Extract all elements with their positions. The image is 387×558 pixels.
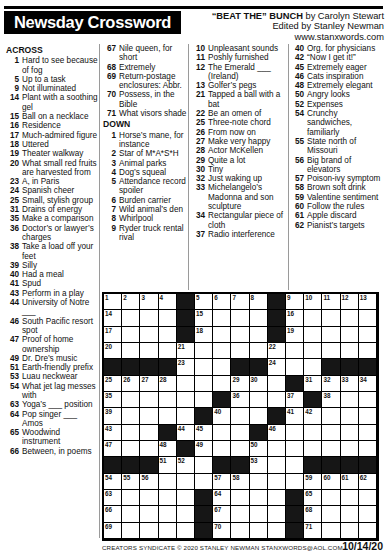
grid-cell[interactable] (250, 408, 268, 424)
grid-cell[interactable] (231, 327, 249, 343)
grid-cell[interactable] (140, 343, 158, 359)
grid-cell[interactable] (159, 310, 177, 326)
grid-cell[interactable]: 17 (104, 327, 122, 343)
grid-cell[interactable]: 35 (104, 392, 122, 408)
grid-cell[interactable] (177, 490, 195, 506)
clue-item: 13Golfer’s pegs (192, 81, 285, 90)
grid-cell[interactable] (341, 425, 359, 441)
grid-cell[interactable] (268, 392, 286, 408)
clue-number: 42 (291, 53, 307, 62)
clue-text: Nile queen, for short (119, 44, 187, 63)
grid-cell[interactable]: 43 (104, 425, 122, 441)
clue-item: 33Michelangelo’s Madonna and son sculptu… (192, 183, 285, 211)
clue-number: 12 (192, 63, 208, 82)
clue-list-header: DOWN (103, 120, 187, 129)
grid-cell[interactable] (122, 327, 140, 343)
grid-cell[interactable] (250, 474, 268, 490)
grid-cell[interactable]: 7 (231, 294, 249, 310)
grid-cell-black (140, 457, 158, 473)
grid-cell[interactable] (159, 506, 177, 522)
grid-cell[interactable]: 56 (140, 474, 158, 490)
cell-number: 50 (251, 441, 258, 448)
grid-cell[interactable] (304, 359, 322, 375)
clue-number: 22 (192, 109, 208, 118)
clue-list-header: ACROSS (6, 46, 98, 55)
grid-cell[interactable] (359, 441, 377, 457)
grid-cell[interactable] (359, 327, 377, 343)
clue-text: From now on (208, 128, 285, 137)
clue-text: Return-postage enclosures: Abbr. (119, 72, 187, 91)
grid-cell[interactable] (140, 327, 158, 343)
clue-number: 37 (192, 230, 208, 239)
cell-number: 45 (196, 425, 203, 432)
grid-cell-black (195, 490, 213, 506)
grid-cell[interactable] (195, 457, 213, 473)
clue-number: 31 (6, 205, 22, 214)
grid-cell[interactable] (322, 490, 340, 506)
clue-item: 54Crunchy sandwiches, familiarly (291, 109, 384, 137)
grid-cell[interactable] (286, 425, 304, 441)
grid-cell[interactable]: 6 (213, 294, 231, 310)
grid-cell[interactable] (286, 343, 304, 359)
grid-cell[interactable] (140, 506, 158, 522)
grid-cell[interactable]: 23 (177, 359, 195, 375)
cell-number: 9 (287, 294, 291, 301)
grid-cell[interactable]: 41 (286, 408, 304, 424)
grid-cell[interactable]: 29 (231, 376, 249, 392)
clue-text: Follow the rules (307, 202, 384, 211)
grid-cell[interactable] (213, 425, 231, 441)
grid-cell[interactable] (250, 327, 268, 343)
clue-text: Radio interference (208, 230, 285, 239)
cell-number: 47 (105, 441, 112, 448)
grid-cell[interactable]: 63 (104, 490, 122, 506)
cell-number: 19 (287, 327, 294, 334)
grid-cell[interactable]: 18 (195, 327, 213, 343)
grid-cell[interactable] (159, 474, 177, 490)
clue-text: Golfer’s pegs (208, 81, 285, 90)
clue-number: 57 (291, 174, 307, 183)
grid-cell[interactable]: 1 (104, 294, 122, 310)
top-rule (4, 6, 383, 9)
cell-number: 32 (323, 376, 330, 383)
clue-text: State north of Missouri (307, 137, 384, 156)
clue-item: 40Had a meal (6, 270, 98, 279)
clue-number: 5 (103, 177, 119, 196)
grid-cell[interactable]: 61 (341, 474, 359, 490)
clue-number: 44 (6, 298, 22, 317)
cell-number: 10 (305, 294, 312, 301)
clue-number: 45 (291, 63, 307, 72)
grid-cell[interactable] (359, 490, 377, 506)
grid-cell[interactable] (231, 343, 249, 359)
grid-cell[interactable]: 60 (322, 474, 340, 490)
grid-cell[interactable] (122, 441, 140, 457)
grid-cell[interactable] (359, 523, 377, 539)
grid-cell[interactable] (140, 523, 158, 539)
grid-cell[interactable] (268, 376, 286, 392)
grid-cell[interactable]: 31 (304, 376, 322, 392)
grid-cell[interactable] (159, 392, 177, 408)
grid-cell[interactable]: 34 (359, 376, 377, 392)
clue-number: 27 (192, 137, 208, 146)
grid-cell[interactable] (122, 310, 140, 326)
clue-item: 66Between, in poems (6, 447, 98, 456)
grid-cell[interactable] (250, 523, 268, 539)
grid-cell[interactable] (159, 327, 177, 343)
clue-text: Crunchy sandwiches, familiarly (307, 109, 384, 137)
grid-cell[interactable]: 5 (195, 294, 213, 310)
grid-cell[interactable]: 22 (268, 343, 286, 359)
grid-cell[interactable] (322, 343, 340, 359)
grid-cell[interactable]: 53 (250, 457, 268, 473)
grid-cell[interactable] (359, 343, 377, 359)
grid-cell[interactable] (231, 408, 249, 424)
grid-cell[interactable] (268, 523, 286, 539)
grid-cell[interactable] (122, 343, 140, 359)
grid-cell[interactable] (177, 408, 195, 424)
grid-cell[interactable]: 51 (159, 457, 177, 473)
grid-cell[interactable] (213, 310, 231, 326)
grid-cell[interactable]: 67 (213, 506, 231, 522)
grid-cell[interactable] (304, 441, 322, 457)
clue-item: 14Plant with a soothing gel (6, 93, 98, 112)
grid-cell[interactable] (304, 425, 322, 441)
grid-cell[interactable]: 15 (195, 310, 213, 326)
grid-cell[interactable]: 70 (213, 523, 231, 539)
grid-cell[interactable]: 69 (104, 523, 122, 539)
grid-cell[interactable] (359, 408, 377, 424)
grid-cell[interactable]: 12 (341, 294, 359, 310)
cell-number: 42 (305, 408, 312, 415)
clue-number: 46 (291, 72, 307, 81)
grid-cell[interactable] (250, 343, 268, 359)
grid-cell[interactable] (341, 490, 359, 506)
grid-cell[interactable] (268, 474, 286, 490)
grid-cell[interactable] (250, 392, 268, 408)
clue-text: Just waking up (208, 174, 285, 183)
grid-cell[interactable]: 68 (304, 506, 322, 522)
clue-text: Unpleasant sounds (208, 44, 285, 53)
copyright-text: CREATORS SYNDICATE © 2020 STANLEY NEWMAN… (102, 544, 347, 551)
grid-cell[interactable] (341, 343, 359, 359)
clue-number: 53 (6, 372, 22, 381)
grid-cell[interactable] (322, 506, 340, 522)
grid-cell[interactable] (359, 425, 377, 441)
grid-cell[interactable] (322, 425, 340, 441)
clue-item: 42“Now I get it!” (291, 53, 384, 62)
clue-item: 12The Emerald ___ (Ireland) (192, 63, 285, 82)
grid-cell[interactable] (322, 310, 340, 326)
grid-cell[interactable]: 44 (177, 425, 195, 441)
grid-cell[interactable]: 48 (159, 441, 177, 457)
grid-cell-black (159, 425, 177, 441)
grid-cell[interactable] (359, 506, 377, 522)
cell-number: 67 (214, 506, 221, 513)
clue-item: 68Extremely (103, 63, 187, 72)
grid-cell[interactable] (250, 506, 268, 522)
clue-item: 25Small, stylish group (6, 196, 98, 205)
grid-cell[interactable]: 24 (268, 359, 286, 375)
clue-item: 5Attendance record spoiler (103, 177, 187, 196)
clue-text: Apple discard (307, 211, 384, 220)
grid-cell[interactable]: 59 (304, 474, 322, 490)
grid-cell[interactable] (268, 490, 286, 506)
clue-number: 9 (6, 84, 22, 93)
grid-cell[interactable] (213, 376, 231, 392)
grid-cell[interactable]: 54 (104, 474, 122, 490)
grid-cell[interactable] (250, 490, 268, 506)
grid-cell[interactable] (213, 343, 231, 359)
grid-cell[interactable] (140, 310, 158, 326)
grid-cell[interactable]: 45 (195, 425, 213, 441)
newsday-crossword-page: Newsday Crossword “BEAT THE” BUNCH by Ca… (0, 0, 387, 558)
clue-text: Doctor’s or lawyer’s charges (22, 224, 98, 243)
grid-cell-black (341, 457, 359, 473)
clue-number: 50 (291, 90, 307, 99)
clue-text: Yoga’s ___ position (22, 400, 98, 409)
grid-cell[interactable] (122, 490, 140, 506)
clue-number: 1 (103, 131, 119, 150)
grid-cell[interactable] (177, 506, 195, 522)
grid-cell[interactable] (231, 523, 249, 539)
grid-cell[interactable] (341, 408, 359, 424)
clue-number: 48 (291, 81, 307, 90)
grid-cell[interactable]: 37 (286, 392, 304, 408)
grid-cell[interactable]: 11 (322, 294, 340, 310)
grid-cell[interactable]: 62 (359, 474, 377, 490)
grid-cell[interactable] (195, 359, 213, 375)
clue-text: Valentine sentiment (307, 193, 384, 202)
grid-cell[interactable] (122, 506, 140, 522)
grid-cell[interactable]: 50 (250, 441, 268, 457)
grid-cell[interactable] (341, 327, 359, 343)
grid-cell[interactable] (322, 327, 340, 343)
grid-cell[interactable] (341, 310, 359, 326)
clue-item: 69Return-postage enclosures: Abbr. (103, 72, 187, 91)
grid-cell[interactable]: 47 (104, 441, 122, 457)
grid-cell[interactable] (268, 441, 286, 457)
grid-cell[interactable]: 58 (231, 474, 249, 490)
grid-cell[interactable] (122, 392, 140, 408)
clue-number: 63 (6, 400, 22, 409)
cell-number: 31 (305, 376, 312, 383)
grid-cell[interactable] (195, 474, 213, 490)
grid-cell[interactable]: 71 (304, 523, 322, 539)
grid-cell[interactable]: 20 (104, 343, 122, 359)
grid-cell[interactable]: 49 (195, 441, 213, 457)
cell-number: 16 (287, 310, 294, 317)
clue-text: Wild animal’s den (119, 205, 187, 214)
clue-number: 17 (6, 131, 22, 140)
grid-cell[interactable] (140, 490, 158, 506)
clue-number: 55 (291, 137, 307, 156)
grid-cell[interactable]: 52 (177, 457, 195, 473)
clue-number: 71 (103, 109, 119, 118)
clue-item: 45Extremely eager (291, 63, 384, 72)
grid-cell-black (286, 490, 304, 506)
grid-cell[interactable]: 28 (159, 376, 177, 392)
clue-item: 70Possess, in the Bible (103, 90, 187, 109)
clue-number: 21 (192, 90, 208, 109)
grid-cell[interactable]: 10 (304, 294, 322, 310)
grid-cell[interactable] (231, 441, 249, 457)
clue-item: 11Poshly furnished (192, 53, 285, 62)
clue-number: 16 (6, 121, 22, 130)
grid-cell[interactable] (341, 523, 359, 539)
grid-cell[interactable] (213, 359, 231, 375)
clue-item: 53Luau neckwear (6, 372, 98, 381)
grid-cell[interactable] (322, 441, 340, 457)
clue-item: 30Tiny (192, 165, 285, 174)
grid-cell[interactable] (286, 457, 304, 473)
grid-cell[interactable]: 16 (286, 310, 304, 326)
clue-number: 47 (6, 335, 22, 354)
grid-cell[interactable] (304, 343, 322, 359)
grid-cell[interactable] (359, 310, 377, 326)
grid-cell[interactable]: 42 (304, 408, 322, 424)
grid-cell[interactable] (341, 392, 359, 408)
cell-number: 64 (214, 490, 221, 497)
grid-cell[interactable]: 3 (140, 294, 158, 310)
grid-cell[interactable]: 66 (104, 506, 122, 522)
clue-item: 18Uttered (6, 140, 98, 149)
grid-cell[interactable] (140, 441, 158, 457)
clue-item: 5Up to a task (6, 75, 98, 84)
grid-cell[interactable] (159, 490, 177, 506)
clue-number: 35 (6, 214, 22, 223)
grid-cell[interactable] (195, 376, 213, 392)
grid-cell[interactable]: 46 (268, 425, 286, 441)
grid-cell[interactable] (250, 310, 268, 326)
clue-number: 40 (291, 44, 307, 53)
grid-cell[interactable] (159, 343, 177, 359)
grid-cell-black (195, 506, 213, 522)
clue-item: 65Woodwind instrument (6, 428, 98, 447)
grid-cell[interactable] (231, 506, 249, 522)
grid-cell[interactable] (177, 392, 195, 408)
clue-text: Plant with a soothing gel (22, 93, 98, 112)
grid-cell[interactable] (122, 408, 140, 424)
grid-cell[interactable] (322, 523, 340, 539)
grid-cell[interactable]: 27 (140, 376, 158, 392)
grid-cell[interactable] (159, 408, 177, 424)
grid-cell[interactable] (359, 392, 377, 408)
grid-cell[interactable] (341, 441, 359, 457)
grid-cell[interactable]: 38 (322, 392, 340, 408)
grid-cell[interactable]: 40 (213, 408, 231, 424)
grid-cell-black (122, 457, 140, 473)
clue-number: 60 (291, 202, 307, 211)
clue-item: 55State north of Missouri (291, 137, 384, 156)
grid-cell[interactable]: 14 (104, 310, 122, 326)
grid-cell[interactable] (140, 408, 158, 424)
grid-cell-black (286, 376, 304, 392)
grid-cell[interactable] (231, 425, 249, 441)
clue-item: 7Wild animal’s den (103, 205, 187, 214)
grid-cell[interactable]: 13 (359, 294, 377, 310)
grid-cell-black (195, 523, 213, 539)
grid-cell[interactable] (304, 310, 322, 326)
grid-cell[interactable]: 4 (159, 294, 177, 310)
grid-cell[interactable] (213, 327, 231, 343)
grid-cell[interactable]: 19 (286, 327, 304, 343)
clue-number: 8 (103, 214, 119, 223)
grid-cell[interactable]: 32 (322, 376, 340, 392)
grid-cell[interactable]: 8 (250, 294, 268, 310)
grid-cell[interactable]: 36 (231, 392, 249, 408)
grid-cell[interactable]: 65 (304, 490, 322, 506)
grid-cell[interactable] (304, 327, 322, 343)
grid-cell[interactable]: 57 (213, 474, 231, 490)
clue-number: 1 (6, 56, 22, 75)
grid-cell-black (122, 359, 140, 375)
grid-cell[interactable]: 26 (122, 376, 140, 392)
grid-cell[interactable] (122, 425, 140, 441)
grid-cell[interactable]: 21 (177, 343, 195, 359)
grid-cell[interactable]: 25 (104, 376, 122, 392)
grid-cell[interactable] (322, 408, 340, 424)
cell-number: 7 (232, 294, 236, 301)
grid-cell[interactable] (177, 376, 195, 392)
grid-cell[interactable] (195, 392, 213, 408)
byline: “BEAT THE” BUNCH by Carolyn Stewart Edit… (183, 11, 384, 42)
clue-text: Proof of home ownership (22, 335, 98, 354)
grid-cell[interactable]: 30 (250, 376, 268, 392)
cell-number: 38 (323, 392, 330, 399)
grid-cell[interactable] (140, 392, 158, 408)
grid-cell[interactable]: 33 (341, 376, 359, 392)
grid-cell[interactable]: 9 (286, 294, 304, 310)
cell-number: 33 (342, 376, 349, 383)
grid-cell[interactable] (286, 474, 304, 490)
grid-cell[interactable]: 55 (122, 474, 140, 490)
clue-item: 4Dog’s squeal (103, 168, 187, 177)
grid-cell[interactable] (177, 474, 195, 490)
grid-cell[interactable] (213, 441, 231, 457)
clue-text: Hard to see because of fog (22, 56, 98, 75)
grid-cell[interactable]: 64 (213, 490, 231, 506)
grid-cell[interactable] (268, 506, 286, 522)
cell-number: 6 (214, 294, 218, 301)
grid-cell[interactable] (286, 441, 304, 457)
clue-text: Big brand of elevators (307, 156, 384, 175)
clue-text: Extremely eager (307, 63, 384, 72)
grid-cell[interactable]: 39 (104, 408, 122, 424)
grid-cell[interactable] (159, 523, 177, 539)
cell-number: 70 (214, 523, 221, 530)
grid-cell[interactable] (122, 523, 140, 539)
cell-number: 1 (105, 294, 109, 301)
clue-item: 58Brown soft drink (291, 183, 384, 192)
grid-cell-black (231, 457, 249, 473)
grid-cell[interactable] (177, 523, 195, 539)
grid-cell[interactable] (140, 425, 158, 441)
grid-cell[interactable] (231, 310, 249, 326)
grid-cell[interactable] (286, 359, 304, 375)
grid-cell[interactable]: 2 (122, 294, 140, 310)
grid-cell[interactable] (195, 343, 213, 359)
clue-text: Spanish cheer (22, 186, 98, 195)
clue-number: 26 (192, 128, 208, 137)
clue-number: 24 (6, 186, 22, 195)
grid-cell-black (231, 359, 249, 375)
grid-cell[interactable] (268, 457, 286, 473)
grid-cell[interactable] (341, 506, 359, 522)
clue-item: 39Silly (6, 261, 98, 270)
grid-cell[interactable] (231, 490, 249, 506)
clue-item: 51Earth-friendly prefix (6, 363, 98, 372)
